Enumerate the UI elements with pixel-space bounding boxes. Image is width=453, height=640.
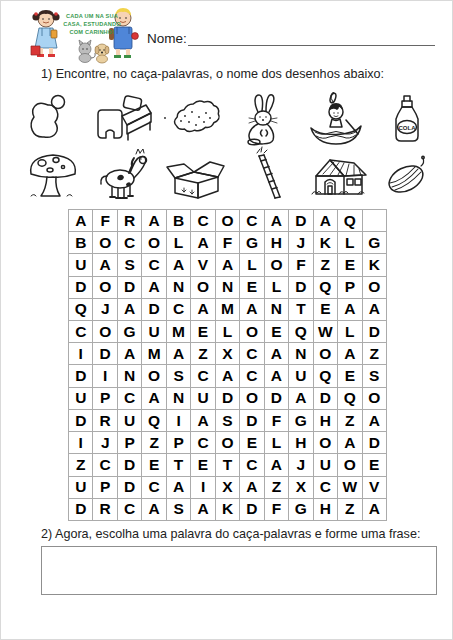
grid-cell[interactable]: J bbox=[93, 432, 117, 454]
grid-cell[interactable]: D bbox=[240, 499, 264, 521]
grid-cell[interactable]: A bbox=[216, 365, 240, 387]
grid-cell[interactable]: I bbox=[69, 432, 93, 454]
grid-cell[interactable]: A bbox=[191, 299, 215, 321]
grid-cell[interactable]: Z bbox=[338, 410, 362, 432]
grid-cell[interactable]: G bbox=[289, 410, 313, 432]
girl-in-canoe-drawing bbox=[304, 91, 368, 149]
grid-cell[interactable]: A bbox=[363, 410, 387, 432]
grid-cell[interactable]: Z bbox=[142, 432, 166, 454]
grid-cell[interactable]: A bbox=[142, 277, 166, 299]
grid-cell[interactable]: U bbox=[289, 365, 313, 387]
grid-cell[interactable]: F bbox=[216, 232, 240, 254]
grid-cell[interactable]: L bbox=[338, 232, 362, 254]
grid-cell[interactable]: V bbox=[191, 254, 215, 276]
grid-cell[interactable]: U bbox=[118, 410, 142, 432]
grid-cell[interactable]: M bbox=[167, 321, 191, 343]
grid-cell[interactable]: I bbox=[191, 477, 215, 499]
grid-cell[interactable]: D bbox=[216, 388, 240, 410]
grid-cell[interactable]: J bbox=[93, 299, 117, 321]
grid-cell[interactable]: D bbox=[265, 388, 289, 410]
grid-cell[interactable]: I bbox=[167, 410, 191, 432]
grid-cell[interactable]: S bbox=[363, 365, 387, 387]
grid-cell[interactable]: A bbox=[142, 499, 166, 521]
name-input-line[interactable] bbox=[188, 27, 435, 46]
grid-cell[interactable]: Q bbox=[69, 299, 93, 321]
worksheet-page: CADA UM NA SUA CASA, ESTUDANDO COM CARIN… bbox=[0, 0, 453, 640]
cocada-drawing bbox=[163, 91, 227, 149]
grid-cell[interactable]: R bbox=[93, 410, 117, 432]
grid-cell[interactable]: U bbox=[142, 321, 166, 343]
grid-cell[interactable]: O bbox=[93, 232, 117, 254]
grid-cell[interactable]: C bbox=[191, 210, 215, 232]
grid-cell[interactable]: O bbox=[314, 432, 338, 454]
phrase-answer-box[interactable] bbox=[41, 546, 437, 595]
grid-cell[interactable]: L bbox=[167, 232, 191, 254]
grid-cell[interactable]: K bbox=[314, 232, 338, 254]
grid-cell[interactable]: P bbox=[93, 388, 117, 410]
grid-cell[interactable]: D bbox=[363, 321, 387, 343]
grid-cell[interactable]: O bbox=[142, 365, 166, 387]
glue-label: COLA bbox=[398, 125, 416, 131]
grid-cell[interactable]: E bbox=[265, 321, 289, 343]
grid-cell[interactable]: A bbox=[338, 299, 362, 321]
glue-bottle-drawing: COLA bbox=[375, 91, 439, 149]
grid-cell[interactable]: I bbox=[93, 365, 117, 387]
grid-cell[interactable]: D bbox=[69, 410, 93, 432]
grid-cell[interactable]: C bbox=[118, 499, 142, 521]
grid-cell[interactable]: S bbox=[216, 410, 240, 432]
grid-cell[interactable]: A bbox=[191, 232, 215, 254]
badge-line3: COM CARINHO! bbox=[70, 29, 115, 35]
grid-cell[interactable]: A bbox=[314, 210, 338, 232]
grid-cell[interactable]: L bbox=[338, 321, 362, 343]
grid-cell[interactable]: G bbox=[363, 232, 387, 254]
grid-cell[interactable]: G bbox=[289, 499, 313, 521]
grid-cell[interactable]: A bbox=[118, 299, 142, 321]
cacao-drawing bbox=[375, 145, 439, 203]
grid-cell[interactable]: A bbox=[216, 254, 240, 276]
grid-cell[interactable]: Z bbox=[265, 477, 289, 499]
grid-cell[interactable]: O bbox=[363, 388, 387, 410]
grid-cell[interactable]: Q bbox=[142, 410, 166, 432]
grid-cell[interactable]: K bbox=[363, 254, 387, 276]
grid-cell[interactable]: U bbox=[191, 388, 215, 410]
grid-cell[interactable]: M bbox=[216, 299, 240, 321]
grid-cell[interactable]: N bbox=[167, 388, 191, 410]
badge-line2: CASA, ESTUDANDO bbox=[63, 21, 120, 27]
grid-cell[interactable]: A bbox=[167, 477, 191, 499]
grid-cell[interactable]: Z bbox=[363, 343, 387, 365]
grid-cell[interactable]: F bbox=[289, 254, 313, 276]
grid-cell[interactable]: A bbox=[363, 499, 387, 521]
grid-cell[interactable]: C bbox=[167, 299, 191, 321]
grid-cell[interactable]: D bbox=[118, 277, 142, 299]
grid-cell[interactable]: A bbox=[142, 210, 166, 232]
grid-cell[interactable]: A bbox=[363, 299, 387, 321]
grid-cell[interactable]: L bbox=[265, 277, 289, 299]
grid-cell[interactable]: H bbox=[314, 499, 338, 521]
grid-cell[interactable]: A bbox=[265, 343, 289, 365]
grid-cell[interactable]: U bbox=[69, 477, 93, 499]
grid-cell[interactable]: V bbox=[363, 477, 387, 499]
grid-cell[interactable]: D bbox=[118, 454, 142, 476]
grid-cell[interactable]: O bbox=[314, 343, 338, 365]
grid-cell[interactable]: C bbox=[142, 254, 166, 276]
grid-cell[interactable]: T bbox=[167, 454, 191, 476]
grid-cell[interactable]: C bbox=[240, 210, 264, 232]
house-drawing bbox=[304, 145, 368, 203]
grid-cell[interactable]: Q bbox=[314, 365, 338, 387]
grid-cell[interactable]: E bbox=[338, 365, 362, 387]
grid-cell[interactable]: C bbox=[69, 321, 93, 343]
drawings-row-1: COLA bbox=[21, 91, 439, 149]
grid-cell[interactable]: X bbox=[216, 343, 240, 365]
grid-cell[interactable]: D bbox=[240, 410, 264, 432]
grid-cell[interactable]: A bbox=[240, 299, 264, 321]
grid-cell[interactable]: D bbox=[363, 432, 387, 454]
grid-cell[interactable]: D bbox=[289, 210, 313, 232]
grid-cell[interactable]: F bbox=[265, 499, 289, 521]
grid-cell[interactable]: E bbox=[240, 432, 264, 454]
grid-cell[interactable]: W bbox=[338, 477, 362, 499]
grid-cell[interactable]: P bbox=[338, 277, 362, 299]
grid-cell[interactable]: A bbox=[167, 254, 191, 276]
horse-drawing bbox=[92, 145, 156, 203]
mushroom-drawing bbox=[21, 145, 85, 203]
grid-cell[interactable]: O bbox=[265, 254, 289, 276]
grid-cell[interactable]: Q bbox=[338, 388, 362, 410]
grid-cell[interactable]: M bbox=[142, 343, 166, 365]
grid-cell[interactable]: U bbox=[314, 454, 338, 476]
grid-cell[interactable]: D bbox=[93, 343, 117, 365]
grid-cell[interactable]: A bbox=[191, 410, 215, 432]
grid-cell[interactable]: C bbox=[240, 365, 264, 387]
grid-cell[interactable]: C bbox=[142, 477, 166, 499]
grid-cell[interactable]: D bbox=[289, 277, 313, 299]
grid-cell[interactable]: O bbox=[216, 210, 240, 232]
badge-line1: CADA UM NA SUA bbox=[66, 13, 118, 19]
grid-cell[interactable]: K bbox=[216, 499, 240, 521]
grid-cell[interactable]: D bbox=[69, 365, 93, 387]
grid-cell[interactable]: P bbox=[118, 432, 142, 454]
rabbit-drawing bbox=[233, 91, 297, 149]
caju-drawing bbox=[21, 91, 85, 149]
grid-cell[interactable]: D bbox=[69, 499, 93, 521]
grid-cell[interactable]: A bbox=[265, 210, 289, 232]
grid-cell[interactable]: S bbox=[167, 365, 191, 387]
grid-cell[interactable]: N bbox=[289, 343, 313, 365]
grid-cell[interactable]: C bbox=[191, 365, 215, 387]
grid-cell[interactable]: C bbox=[93, 454, 117, 476]
grid-cell[interactable]: A bbox=[265, 454, 289, 476]
grid-cell[interactable]: O bbox=[363, 277, 387, 299]
grid-cell[interactable]: A bbox=[338, 432, 362, 454]
question-1: 1) Encontre, no caça-palavras, o nome do… bbox=[41, 67, 384, 81]
grid-cell[interactable]: A bbox=[167, 343, 191, 365]
grid-cell[interactable]: A bbox=[289, 388, 313, 410]
grid-cell[interactable]: B bbox=[167, 210, 191, 232]
grid-cell[interactable]: Q bbox=[338, 210, 362, 232]
grid-cell[interactable]: G bbox=[240, 232, 264, 254]
grid-cell[interactable]: Q bbox=[314, 277, 338, 299]
grid-cell[interactable]: H bbox=[265, 232, 289, 254]
grid-cell[interactable]: R bbox=[93, 499, 117, 521]
grid-cell[interactable]: O bbox=[191, 277, 215, 299]
grid-cell[interactable]: A bbox=[338, 343, 362, 365]
question-2: 2) Agora, escolha uma palavra do caça-pa… bbox=[41, 527, 420, 541]
name-label: Nome: bbox=[147, 31, 187, 46]
grid-cell[interactable]: A bbox=[69, 210, 93, 232]
grid-cell[interactable]: C bbox=[191, 432, 215, 454]
grid-cell[interactable]: H bbox=[314, 410, 338, 432]
grid-cell[interactable]: P bbox=[167, 432, 191, 454]
grid-cell[interactable]: F bbox=[93, 210, 117, 232]
grid-cell[interactable]: H bbox=[289, 432, 313, 454]
grid-cell[interactable]: W bbox=[314, 321, 338, 343]
grid-cell[interactable]: X bbox=[216, 477, 240, 499]
grid-cell[interactable]: N bbox=[167, 277, 191, 299]
grid-cell[interactable]: O bbox=[93, 321, 117, 343]
grid-cell[interactable]: T bbox=[289, 299, 313, 321]
grid-cell[interactable]: A bbox=[118, 343, 142, 365]
grid-cell[interactable]: R bbox=[118, 210, 142, 232]
grid-cell[interactable]: D bbox=[314, 388, 338, 410]
grid-cell[interactable]: O bbox=[216, 432, 240, 454]
grid-cell[interactable]: D bbox=[69, 277, 93, 299]
grid-cell[interactable]: E bbox=[240, 277, 264, 299]
grid-cell[interactable] bbox=[363, 210, 387, 232]
bed-drawing bbox=[92, 91, 156, 149]
grid-cell[interactable]: Z bbox=[338, 499, 362, 521]
grid-cell[interactable]: O bbox=[240, 388, 264, 410]
grid-cell[interactable]: U bbox=[69, 388, 93, 410]
grid-cell[interactable]: E bbox=[363, 454, 387, 476]
grid-cell[interactable]: C bbox=[118, 232, 142, 254]
grid-cell[interactable]: F bbox=[265, 410, 289, 432]
grid-cell[interactable]: G bbox=[118, 321, 142, 343]
grid-cell[interactable]: C bbox=[118, 388, 142, 410]
grid-cell[interactable]: O bbox=[338, 454, 362, 476]
grid-cell[interactable]: B bbox=[69, 232, 93, 254]
grid-cell[interactable]: S bbox=[167, 499, 191, 521]
grid-cell[interactable]: E bbox=[191, 454, 215, 476]
wordsearch-grid: AFRABCOCADAQBOCOLAFGHJKLGUASCAVALOFZEKDO… bbox=[68, 209, 387, 521]
grid-cell[interactable]: J bbox=[289, 454, 313, 476]
grid-cell[interactable]: S bbox=[118, 254, 142, 276]
grid-cell[interactable]: X bbox=[289, 477, 313, 499]
grid-cell[interactable]: Z bbox=[314, 254, 338, 276]
straw-drawing bbox=[233, 145, 297, 203]
grid-cell[interactable]: D bbox=[118, 477, 142, 499]
grid-cell[interactable]: E bbox=[191, 321, 215, 343]
grid-cell[interactable]: O bbox=[142, 232, 166, 254]
grid-cell[interactable]: E bbox=[142, 454, 166, 476]
grid-cell[interactable]: N bbox=[265, 299, 289, 321]
badge-text: CADA UM NA SUA CASA, ESTUDANDO COM CARIN… bbox=[56, 12, 128, 36]
grid-cell[interactable]: L bbox=[240, 254, 264, 276]
grid-cell[interactable]: O bbox=[240, 321, 264, 343]
grid-cell[interactable]: T bbox=[216, 454, 240, 476]
grid-cell[interactable]: A bbox=[191, 499, 215, 521]
grid-cell[interactable]: N bbox=[118, 365, 142, 387]
grid-cell[interactable]: C bbox=[314, 477, 338, 499]
grid-cell[interactable]: A bbox=[93, 254, 117, 276]
grid-cell[interactable]: E bbox=[314, 299, 338, 321]
grid-cell[interactable]: L bbox=[265, 432, 289, 454]
grid-cell[interactable]: E bbox=[338, 254, 362, 276]
grid-cell[interactable]: N bbox=[216, 277, 240, 299]
grid-cell[interactable]: I bbox=[69, 343, 93, 365]
grid-cell[interactable]: Z bbox=[191, 343, 215, 365]
grid-cell[interactable]: A bbox=[240, 477, 264, 499]
grid-cell[interactable]: O bbox=[93, 277, 117, 299]
grid-cell[interactable]: L bbox=[216, 321, 240, 343]
grid-cell[interactable]: Z bbox=[69, 454, 93, 476]
grid-cell[interactable]: D bbox=[142, 299, 166, 321]
grid-cell[interactable]: C bbox=[240, 343, 264, 365]
drawings-row-2 bbox=[21, 145, 439, 203]
grid-cell[interactable]: A bbox=[142, 388, 166, 410]
grid-cell[interactable]: P bbox=[93, 477, 117, 499]
grid-cell[interactable]: A bbox=[265, 365, 289, 387]
grid-cell[interactable]: U bbox=[69, 254, 93, 276]
grid-cell[interactable]: Q bbox=[289, 321, 313, 343]
grid-cell[interactable]: J bbox=[289, 232, 313, 254]
box-drawing bbox=[163, 145, 227, 203]
grid-cell[interactable]: C bbox=[240, 454, 264, 476]
